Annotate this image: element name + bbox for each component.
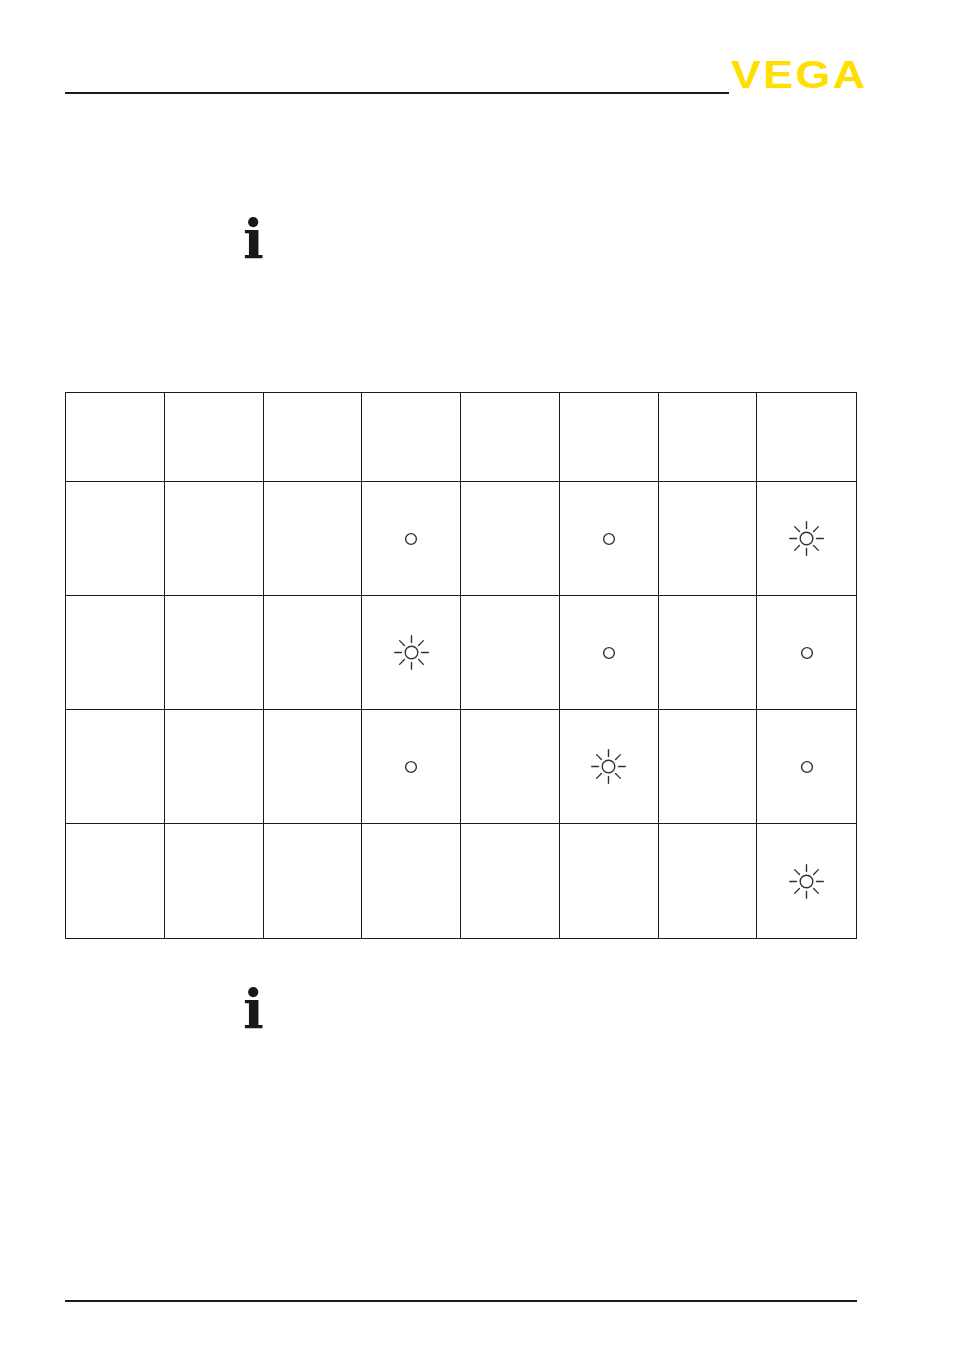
led-circle-icon [602,532,616,546]
table-cell-r2c8 [757,482,856,596]
signal-table [65,392,857,939]
table-cell-r1c3 [264,393,363,482]
table-cell-r4c4 [362,710,461,824]
led-flashing-icon [788,520,825,557]
table-cell-r4c8 [757,710,856,824]
table-cell-r1c5 [461,393,560,482]
table-cell-r5c3 [264,824,363,938]
table-cell-r5c4 [362,824,461,938]
led-circle-icon [800,646,814,660]
led-circle-icon [404,760,418,774]
table-cell-r4c7 [659,710,758,824]
table-cell-r4c5 [461,710,560,824]
table-cell-r2c7 [659,482,758,596]
table-cell-r2c5 [461,482,560,596]
table-cell-r1c1 [66,393,165,482]
table-cell-r5c7 [659,824,758,938]
table-cell-r3c1 [66,596,165,710]
table-cell-r3c3 [264,596,363,710]
vega-logo: VEGA [731,56,868,94]
led-circle-icon [800,760,814,774]
table-cell-r2c4 [362,482,461,596]
led-flashing-icon [393,634,430,671]
table-cell-r5c8 [757,824,856,938]
led-flashing-icon [788,863,825,900]
footer-rule [65,1300,857,1302]
info-icon: i [243,211,264,266]
header-rule [65,92,729,94]
table-cell-r3c4 [362,596,461,710]
led-circle-icon [404,532,418,546]
table-cell-r3c8 [757,596,856,710]
table-cell-r5c5 [461,824,560,938]
table-cell-r3c2 [165,596,264,710]
table-cell-r1c7 [659,393,758,482]
table-cell-r2c2 [165,482,264,596]
table-cell-r1c6 [560,393,659,482]
table-cell-r5c6 [560,824,659,938]
led-flashing-icon [590,748,627,785]
table-cell-r1c2 [165,393,264,482]
table-cell-r4c6 [560,710,659,824]
table-cell-r1c4 [362,393,461,482]
table-cell-r5c2 [165,824,264,938]
info-icon: i [243,981,264,1036]
led-circle-icon [602,646,616,660]
table-cell-r3c6 [560,596,659,710]
table-cell-r5c1 [66,824,165,938]
table-cell-r4c1 [66,710,165,824]
table-cell-r4c3 [264,710,363,824]
table-cell-r2c1 [66,482,165,596]
table-cell-r1c8 [757,393,856,482]
manual-page: { "page": { "width": 953, "height": 1352… [0,0,953,1352]
table-cell-r3c5 [461,596,560,710]
table-cell-r4c2 [165,710,264,824]
table-cell-r2c6 [560,482,659,596]
table-cell-r2c3 [264,482,363,596]
table-cell-r3c7 [659,596,758,710]
